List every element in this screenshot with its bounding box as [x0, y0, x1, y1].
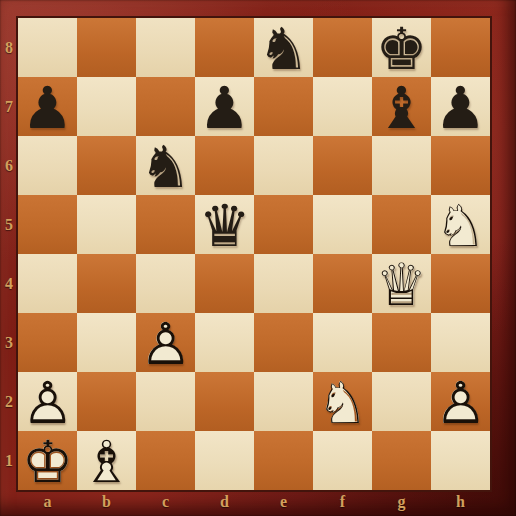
square-f2[interactable]: ♞♘ — [313, 372, 372, 431]
square-e3[interactable] — [254, 313, 313, 372]
square-g1[interactable] — [372, 431, 431, 490]
square-c1[interactable] — [136, 431, 195, 490]
square-f8[interactable] — [313, 18, 372, 77]
file-label-b: b — [77, 490, 136, 516]
square-c3[interactable]: ♟♙ — [136, 313, 195, 372]
white-knight-outline-icon: ♘ — [431, 196, 490, 255]
square-c7[interactable] — [136, 77, 195, 136]
rank-label-5: 5 — [0, 195, 18, 254]
white-knight[interactable]: ♞♘ — [431, 195, 490, 254]
white-bishop[interactable]: ♝♗ — [77, 431, 136, 490]
square-e6[interactable] — [254, 136, 313, 195]
file-label-e: e — [254, 490, 313, 516]
square-c2[interactable] — [136, 372, 195, 431]
square-f4[interactable] — [313, 254, 372, 313]
square-d4[interactable] — [195, 254, 254, 313]
square-f1[interactable] — [313, 431, 372, 490]
rank-label-1: 1 — [0, 431, 18, 490]
chess-app: ♞♚♟♟♝♟♞♛♞♘♛♕♟♙♟♙♞♘♟♙♚♔♝♗ 87654321 abcdef… — [0, 0, 516, 516]
black-bishop-icon: ♝ — [372, 78, 431, 137]
white-pawn[interactable]: ♟♙ — [431, 372, 490, 431]
square-c4[interactable] — [136, 254, 195, 313]
square-f7[interactable] — [313, 77, 372, 136]
square-b5[interactable] — [77, 195, 136, 254]
square-d7[interactable]: ♟ — [195, 77, 254, 136]
square-b2[interactable] — [77, 372, 136, 431]
black-pawn[interactable]: ♟ — [18, 77, 77, 136]
square-d5[interactable]: ♛ — [195, 195, 254, 254]
square-a8[interactable] — [18, 18, 77, 77]
white-king[interactable]: ♚♔ — [18, 431, 77, 490]
square-g6[interactable] — [372, 136, 431, 195]
rank-label-7: 7 — [0, 77, 18, 136]
file-label-f: f — [313, 490, 372, 516]
file-label-a: a — [18, 490, 77, 516]
square-e4[interactable] — [254, 254, 313, 313]
black-bishop[interactable]: ♝ — [372, 77, 431, 136]
square-e5[interactable] — [254, 195, 313, 254]
square-b3[interactable] — [77, 313, 136, 372]
square-a7[interactable]: ♟ — [18, 77, 77, 136]
black-knight-icon: ♞ — [254, 19, 313, 78]
file-labels: abcdefgh — [18, 490, 490, 516]
square-d6[interactable] — [195, 136, 254, 195]
square-f3[interactable] — [313, 313, 372, 372]
square-b8[interactable] — [77, 18, 136, 77]
square-a2[interactable]: ♟♙ — [18, 372, 77, 431]
chess-board: ♞♚♟♟♝♟♞♛♞♘♛♕♟♙♟♙♞♘♟♙♚♔♝♗ — [18, 18, 490, 490]
square-d2[interactable] — [195, 372, 254, 431]
white-knight-outline-icon: ♘ — [313, 373, 372, 432]
square-e1[interactable] — [254, 431, 313, 490]
square-g4[interactable]: ♛♕ — [372, 254, 431, 313]
square-a6[interactable] — [18, 136, 77, 195]
black-knight[interactable]: ♞ — [136, 136, 195, 195]
square-h4[interactable] — [431, 254, 490, 313]
square-e2[interactable] — [254, 372, 313, 431]
square-g7[interactable]: ♝ — [372, 77, 431, 136]
white-bishop-outline-icon: ♗ — [77, 432, 136, 491]
file-label-c: c — [136, 490, 195, 516]
black-pawn-icon: ♟ — [18, 78, 77, 137]
square-a1[interactable]: ♚♔ — [18, 431, 77, 490]
square-b7[interactable] — [77, 77, 136, 136]
square-b4[interactable] — [77, 254, 136, 313]
white-queen-outline-icon: ♕ — [372, 255, 431, 314]
black-pawn-icon: ♟ — [195, 78, 254, 137]
white-pawn-outline-icon: ♙ — [136, 314, 195, 373]
square-h1[interactable] — [431, 431, 490, 490]
square-h7[interactable]: ♟ — [431, 77, 490, 136]
square-b1[interactable]: ♝♗ — [77, 431, 136, 490]
white-pawn[interactable]: ♟♙ — [18, 372, 77, 431]
black-queen[interactable]: ♛ — [195, 195, 254, 254]
black-knight[interactable]: ♞ — [254, 18, 313, 77]
rank-label-8: 8 — [0, 18, 18, 77]
square-d8[interactable] — [195, 18, 254, 77]
black-king-icon: ♚ — [372, 19, 431, 78]
file-label-d: d — [195, 490, 254, 516]
square-h5[interactable]: ♞♘ — [431, 195, 490, 254]
square-f6[interactable] — [313, 136, 372, 195]
square-g2[interactable] — [372, 372, 431, 431]
black-pawn[interactable]: ♟ — [195, 77, 254, 136]
black-pawn[interactable]: ♟ — [431, 77, 490, 136]
square-d3[interactable] — [195, 313, 254, 372]
white-pawn-outline-icon: ♙ — [18, 373, 77, 432]
square-h6[interactable] — [431, 136, 490, 195]
square-h2[interactable]: ♟♙ — [431, 372, 490, 431]
file-label-g: g — [372, 490, 431, 516]
black-queen-icon: ♛ — [195, 196, 254, 255]
rank-labels: 87654321 — [0, 18, 18, 490]
square-a4[interactable] — [18, 254, 77, 313]
square-b6[interactable] — [77, 136, 136, 195]
file-label-h: h — [431, 490, 490, 516]
square-e7[interactable] — [254, 77, 313, 136]
black-pawn-icon: ♟ — [431, 78, 490, 137]
white-pawn-outline-icon: ♙ — [431, 373, 490, 432]
square-a3[interactable] — [18, 313, 77, 372]
square-g3[interactable] — [372, 313, 431, 372]
square-d1[interactable] — [195, 431, 254, 490]
rank-label-3: 3 — [0, 313, 18, 372]
square-h8[interactable] — [431, 18, 490, 77]
square-f5[interactable] — [313, 195, 372, 254]
square-c8[interactable] — [136, 18, 195, 77]
black-knight-icon: ♞ — [136, 137, 195, 196]
rank-label-6: 6 — [0, 136, 18, 195]
white-knight[interactable]: ♞♘ — [313, 372, 372, 431]
white-king-outline-icon: ♔ — [18, 432, 77, 491]
square-a5[interactable] — [18, 195, 77, 254]
square-c6[interactable]: ♞ — [136, 136, 195, 195]
square-c5[interactable] — [136, 195, 195, 254]
black-king[interactable]: ♚ — [372, 18, 431, 77]
square-g8[interactable]: ♚ — [372, 18, 431, 77]
rank-label-2: 2 — [0, 372, 18, 431]
square-g5[interactable] — [372, 195, 431, 254]
square-h3[interactable] — [431, 313, 490, 372]
white-queen[interactable]: ♛♕ — [372, 254, 431, 313]
white-pawn[interactable]: ♟♙ — [136, 313, 195, 372]
square-e8[interactable]: ♞ — [254, 18, 313, 77]
rank-label-4: 4 — [0, 254, 18, 313]
